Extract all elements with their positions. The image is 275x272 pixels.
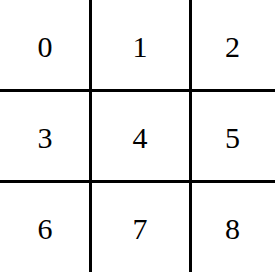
- cell-7[interactable]: 7: [90, 181, 190, 272]
- cell-grid: 0 1 2 3 4 5 6 7 8: [0, 0, 275, 272]
- cell-5[interactable]: 5: [190, 90, 275, 181]
- cell-4[interactable]: 4: [90, 90, 190, 181]
- cell-0[interactable]: 0: [0, 0, 90, 90]
- cell-2[interactable]: 2: [190, 0, 275, 90]
- cell-8[interactable]: 8: [190, 181, 275, 272]
- cell-3[interactable]: 3: [0, 90, 90, 181]
- cell-6[interactable]: 6: [0, 181, 90, 272]
- tic-tac-toe-board: 0 1 2 3 4 5 6 7 8: [0, 0, 275, 272]
- cell-1[interactable]: 1: [90, 0, 190, 90]
